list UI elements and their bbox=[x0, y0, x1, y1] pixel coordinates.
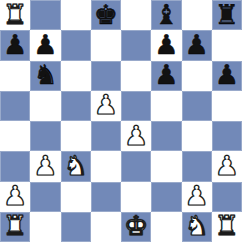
square-b3[interactable]: ♟ bbox=[30, 151, 60, 181]
square-a1[interactable]: ♜ bbox=[0, 212, 30, 242]
square-a4[interactable] bbox=[0, 121, 30, 151]
square-e2[interactable] bbox=[121, 182, 151, 212]
white-rook[interactable]: ♜ bbox=[3, 212, 27, 239]
square-b7[interactable]: ♟ bbox=[30, 30, 60, 60]
square-g5[interactable] bbox=[182, 91, 212, 121]
square-b8[interactable] bbox=[30, 0, 60, 30]
square-g7[interactable]: ♟ bbox=[182, 30, 212, 60]
square-b1[interactable] bbox=[30, 212, 60, 242]
white-pawn[interactable]: ♟ bbox=[124, 122, 148, 149]
black-pawn[interactable]: ♟ bbox=[215, 61, 239, 88]
white-pawn[interactable]: ♟ bbox=[185, 182, 209, 209]
square-e3[interactable] bbox=[121, 151, 151, 181]
black-pawn[interactable]: ♟ bbox=[154, 61, 178, 88]
black-rook[interactable]: ♜ bbox=[215, 1, 239, 28]
square-c1[interactable] bbox=[61, 212, 91, 242]
square-f4[interactable] bbox=[151, 121, 181, 151]
square-c5[interactable] bbox=[61, 91, 91, 121]
square-f8[interactable]: ♝ bbox=[151, 0, 181, 30]
black-pawn[interactable]: ♟ bbox=[154, 31, 178, 58]
square-d7[interactable] bbox=[91, 30, 121, 60]
white-pawn[interactable]: ♟ bbox=[3, 182, 27, 209]
square-h8[interactable]: ♜ bbox=[212, 0, 242, 30]
white-pawn[interactable]: ♟ bbox=[94, 91, 118, 118]
square-e8[interactable] bbox=[121, 0, 151, 30]
white-rook[interactable]: ♜ bbox=[3, 1, 27, 28]
square-h2[interactable] bbox=[212, 182, 242, 212]
white-rook[interactable]: ♜ bbox=[215, 212, 239, 239]
square-a8[interactable]: ♜ bbox=[0, 0, 30, 30]
square-b2[interactable] bbox=[30, 182, 60, 212]
square-c2[interactable] bbox=[61, 182, 91, 212]
square-g3[interactable] bbox=[182, 151, 212, 181]
white-king[interactable]: ♚ bbox=[124, 212, 148, 239]
square-g6[interactable] bbox=[182, 61, 212, 91]
square-a5[interactable] bbox=[0, 91, 30, 121]
square-f3[interactable] bbox=[151, 151, 181, 181]
square-e4[interactable]: ♟ bbox=[121, 121, 151, 151]
square-h4[interactable] bbox=[212, 121, 242, 151]
square-b4[interactable] bbox=[30, 121, 60, 151]
square-g1[interactable]: ♞ bbox=[182, 212, 212, 242]
square-a3[interactable] bbox=[0, 151, 30, 181]
square-h7[interactable] bbox=[212, 30, 242, 60]
square-c4[interactable] bbox=[61, 121, 91, 151]
square-h3[interactable]: ♟ bbox=[212, 151, 242, 181]
square-h6[interactable]: ♟ bbox=[212, 61, 242, 91]
square-f7[interactable]: ♟ bbox=[151, 30, 181, 60]
white-pawn[interactable]: ♟ bbox=[33, 152, 57, 179]
square-b5[interactable] bbox=[30, 91, 60, 121]
square-d4[interactable] bbox=[91, 121, 121, 151]
square-e7[interactable] bbox=[121, 30, 151, 60]
square-g4[interactable] bbox=[182, 121, 212, 151]
square-d8[interactable]: ♚ bbox=[91, 0, 121, 30]
black-bishop[interactable]: ♝ bbox=[154, 1, 178, 28]
black-king[interactable]: ♚ bbox=[94, 1, 118, 28]
square-f6[interactable]: ♟ bbox=[151, 61, 181, 91]
black-pawn[interactable]: ♟ bbox=[185, 31, 209, 58]
square-d3[interactable] bbox=[91, 151, 121, 181]
square-g8[interactable] bbox=[182, 0, 212, 30]
black-pawn[interactable]: ♟ bbox=[3, 31, 27, 58]
chess-board: ♜♚♝♜♟♟♟♟♞♟♟♟♟♟♞♟♟♟♜♚♞♜ bbox=[0, 0, 242, 242]
square-c8[interactable] bbox=[61, 0, 91, 30]
square-c3[interactable]: ♞ bbox=[61, 151, 91, 181]
square-a7[interactable]: ♟ bbox=[0, 30, 30, 60]
square-d6[interactable] bbox=[91, 61, 121, 91]
square-b6[interactable]: ♞ bbox=[30, 61, 60, 91]
square-h5[interactable] bbox=[212, 91, 242, 121]
square-h1[interactable]: ♜ bbox=[212, 212, 242, 242]
square-f1[interactable] bbox=[151, 212, 181, 242]
black-knight[interactable]: ♞ bbox=[33, 61, 57, 88]
square-d1[interactable] bbox=[91, 212, 121, 242]
white-knight[interactable]: ♞ bbox=[185, 212, 209, 239]
square-e1[interactable]: ♚ bbox=[121, 212, 151, 242]
square-c7[interactable] bbox=[61, 30, 91, 60]
square-d2[interactable] bbox=[91, 182, 121, 212]
square-a2[interactable]: ♟ bbox=[0, 182, 30, 212]
white-pawn[interactable]: ♟ bbox=[215, 152, 239, 179]
square-f5[interactable] bbox=[151, 91, 181, 121]
square-e5[interactable] bbox=[121, 91, 151, 121]
square-e6[interactable] bbox=[121, 61, 151, 91]
square-f2[interactable] bbox=[151, 182, 181, 212]
white-knight[interactable]: ♞ bbox=[64, 152, 88, 179]
square-a6[interactable] bbox=[0, 61, 30, 91]
square-g2[interactable]: ♟ bbox=[182, 182, 212, 212]
square-d5[interactable]: ♟ bbox=[91, 91, 121, 121]
black-pawn[interactable]: ♟ bbox=[33, 31, 57, 58]
square-c6[interactable] bbox=[61, 61, 91, 91]
